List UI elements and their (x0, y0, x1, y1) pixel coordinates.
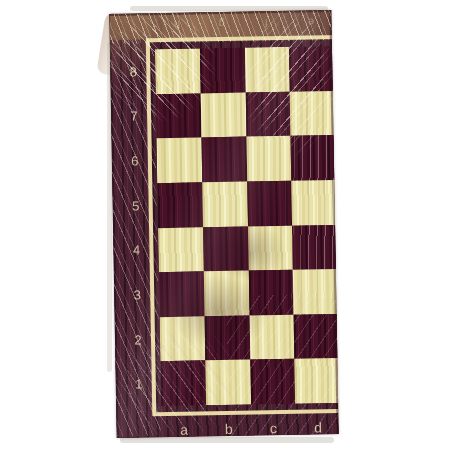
rank-label: 7 (130, 109, 137, 124)
square-a1 (160, 361, 206, 406)
square-a3 (159, 271, 205, 316)
rank-label: 4 (133, 243, 140, 258)
square-b5 (202, 181, 248, 226)
file-label: a (180, 422, 188, 438)
rank-label: 3 (133, 287, 140, 302)
square-c8 (244, 47, 290, 92)
square-b3 (204, 271, 250, 316)
rank-label: 6 (131, 154, 138, 169)
square-b6 (201, 137, 247, 182)
top-edge-label: f (265, 17, 268, 29)
square-c6 (246, 136, 292, 181)
square-c7 (245, 91, 291, 136)
top-edge-label: h (174, 19, 180, 31)
square-d2 (294, 314, 339, 359)
square-b2 (204, 315, 250, 360)
square-b4 (203, 226, 249, 271)
square-b7 (200, 92, 246, 137)
square-d6 (291, 135, 337, 180)
square-a5 (157, 182, 203, 227)
square-b1 (205, 360, 251, 405)
square-c3 (248, 270, 294, 315)
top-edge-label: e (308, 16, 314, 28)
square-b8 (200, 48, 246, 93)
square-d3 (293, 269, 339, 314)
square-c4 (248, 225, 294, 270)
rank-label: 8 (130, 64, 137, 79)
square-d1 (295, 358, 339, 403)
file-label: b (225, 421, 233, 437)
board-squares (155, 46, 339, 406)
file-label: d (314, 419, 322, 435)
top-edge-labels: efgh (154, 13, 333, 34)
file-labels: abcd (161, 414, 338, 438)
square-d4 (292, 225, 338, 270)
file-label: c (270, 420, 277, 436)
chess-board: efgh 87654321 abcd (109, 10, 338, 438)
shrinkwrap-fringe-bottom (120, 437, 334, 443)
square-d7 (290, 91, 336, 136)
product-photo-canvas: efgh 87654321 abcd (0, 0, 452, 452)
square-a7 (156, 93, 202, 138)
square-d8 (289, 46, 335, 91)
rank-label: 2 (134, 332, 141, 347)
square-a2 (160, 316, 206, 361)
square-c5 (247, 181, 293, 226)
rank-label: 5 (132, 198, 139, 213)
square-a8 (155, 48, 201, 93)
square-a6 (156, 138, 202, 183)
square-d5 (292, 180, 338, 225)
rank-label: 1 (135, 377, 142, 392)
top-edge-label: g (218, 18, 224, 30)
square-c2 (249, 315, 295, 360)
square-c1 (250, 359, 296, 404)
square-a4 (158, 227, 204, 272)
